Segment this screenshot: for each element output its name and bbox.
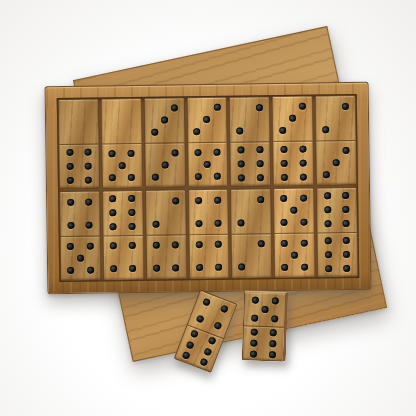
pip: [202, 298, 211, 307]
pip: [195, 173, 202, 180]
pip: [323, 171, 330, 178]
pip: [118, 162, 125, 169]
pip: [86, 242, 93, 249]
pip: [109, 174, 116, 181]
tile-half-2-pips: [230, 97, 269, 141]
pip: [214, 197, 221, 204]
pip: [290, 207, 297, 214]
pip: [299, 103, 306, 110]
pip: [214, 173, 221, 180]
pip: [301, 239, 308, 246]
tile-half-3-pips: [144, 98, 183, 142]
pip: [258, 196, 265, 203]
pip: [171, 104, 178, 111]
pip: [291, 251, 298, 258]
pip: [85, 162, 92, 169]
tile-half-5-pips: [188, 141, 227, 186]
pip: [87, 267, 94, 274]
pip: [279, 127, 286, 134]
pip: [66, 163, 73, 170]
pip: [172, 197, 179, 204]
pip: [299, 173, 306, 180]
tile-half-6-pips: [103, 191, 142, 235]
pip: [214, 219, 221, 226]
pip: [280, 146, 287, 153]
pip: [128, 209, 135, 216]
tile-half-5-pips: [244, 292, 285, 326]
pip: [110, 223, 117, 230]
pip: [161, 161, 168, 168]
pip: [85, 148, 92, 155]
pip: [172, 264, 179, 271]
pip: [111, 265, 118, 272]
tile-half-6-pips: [317, 188, 356, 232]
pip: [151, 174, 158, 181]
pip: [333, 159, 340, 166]
pip: [196, 264, 203, 271]
domino-tile-6-4: [102, 190, 144, 281]
domino-tile-2-6: [229, 96, 271, 187]
tile-half-5-pips: [274, 189, 313, 233]
pip: [238, 160, 245, 167]
tile-half-0-pips: [59, 100, 98, 144]
pip: [203, 347, 212, 356]
pip: [110, 210, 117, 217]
pip: [325, 265, 332, 272]
domino-tile-3-3: [143, 97, 185, 188]
pip: [85, 176, 92, 183]
pip: [66, 177, 73, 184]
pip: [129, 223, 136, 230]
pip: [324, 237, 331, 244]
pip: [343, 265, 350, 272]
pip: [109, 150, 116, 157]
tile-half-3-pips: [187, 98, 226, 142]
domino-tray: [45, 82, 372, 295]
tile-half-2-pips: [146, 190, 185, 234]
pip: [256, 174, 263, 181]
pip: [77, 254, 84, 261]
domino-tile-4-4: [188, 189, 230, 280]
domino-tile-6-6: [316, 187, 358, 278]
domino-tile-2-3: [315, 95, 357, 186]
tile-half-2-pips: [232, 233, 271, 278]
domino-tile-5-6: [242, 290, 288, 361]
pip: [299, 159, 306, 166]
pip: [238, 174, 245, 181]
pip: [251, 296, 258, 303]
tile-half-5-pips: [102, 142, 141, 187]
pip: [343, 220, 350, 227]
tile-half-6-pips: [318, 231, 357, 276]
tile-half-2-pips: [231, 189, 270, 233]
pip: [325, 251, 332, 258]
pip: [153, 242, 160, 249]
pip: [322, 126, 329, 133]
tile-half-3-pips: [316, 139, 355, 184]
pip: [250, 340, 257, 347]
pip: [261, 306, 268, 313]
pip: [152, 220, 159, 227]
tile-half-3-pips: [145, 142, 184, 187]
pip: [300, 219, 307, 226]
pip: [194, 149, 201, 156]
pip: [190, 330, 199, 339]
pip: [194, 129, 201, 136]
pip: [182, 351, 191, 360]
tile-half-5-pips: [275, 232, 314, 277]
domino-tile-5-5: [273, 188, 315, 279]
tile-half-6-pips: [231, 141, 270, 186]
pip: [324, 207, 331, 214]
pip: [269, 351, 276, 358]
pip: [256, 104, 263, 111]
pip: [66, 149, 73, 156]
pip: [301, 264, 308, 271]
pip: [213, 322, 222, 331]
tray-row-top: [58, 95, 357, 189]
pip: [281, 219, 288, 226]
tile-half-5-pips: [61, 235, 100, 280]
pip: [269, 340, 276, 347]
pip: [270, 330, 277, 337]
pip: [204, 161, 211, 168]
pip: [196, 315, 205, 324]
pip: [85, 199, 92, 206]
pip: [271, 297, 278, 304]
pip: [281, 174, 288, 181]
pip: [67, 199, 74, 206]
pip: [213, 104, 220, 111]
pip: [128, 150, 135, 157]
tile-half-6-pips: [243, 325, 284, 360]
pip: [171, 149, 178, 156]
pip: [342, 192, 349, 199]
pip: [67, 267, 74, 274]
pip: [128, 195, 135, 202]
pip: [271, 316, 278, 323]
tile-half-4-pips: [60, 192, 99, 236]
pip: [342, 103, 349, 110]
tile-half-4-pips: [103, 234, 142, 279]
domino-tile-3-5: [186, 97, 228, 188]
pip: [250, 329, 257, 336]
pip: [343, 147, 350, 154]
pip: [196, 242, 203, 249]
domino-tile-3-6: [272, 96, 314, 187]
pip: [67, 221, 74, 228]
pip: [236, 127, 243, 134]
pip: [196, 220, 203, 227]
pip: [199, 358, 208, 367]
pip: [215, 241, 222, 248]
tile-half-3-pips: [273, 97, 312, 141]
pip: [110, 243, 117, 250]
tray-well: [57, 94, 360, 282]
pip: [256, 146, 263, 153]
pip: [251, 315, 258, 322]
pip: [195, 197, 202, 204]
pip: [203, 116, 210, 123]
pip: [256, 160, 263, 167]
pip: [67, 242, 74, 249]
pip: [129, 242, 136, 249]
pip: [186, 341, 195, 350]
pip: [324, 220, 331, 227]
domino-tile-0-6: [58, 99, 100, 190]
domino-tile-4-5: [59, 191, 101, 282]
domino-set-photo: [0, 0, 416, 416]
pip: [300, 195, 307, 202]
pip: [86, 221, 93, 228]
pip: [128, 174, 135, 181]
tile-half-4-pips: [146, 234, 185, 279]
domino-tile-0-5: [101, 98, 143, 189]
pip: [161, 117, 168, 124]
pip: [219, 304, 228, 313]
loose-tile-right: [242, 290, 284, 358]
pip: [238, 264, 245, 271]
pip: [343, 237, 350, 244]
pip: [258, 241, 265, 248]
tile-half-0-pips: [102, 99, 141, 143]
pip: [172, 242, 179, 249]
pip: [237, 146, 244, 153]
tile-half-6-pips: [274, 140, 313, 185]
tile-half-4-pips: [189, 233, 228, 278]
tile-half-4-pips: [189, 190, 228, 234]
pip: [282, 264, 289, 271]
pip: [214, 148, 221, 155]
pip: [281, 195, 288, 202]
domino-tile-2-4: [145, 189, 187, 280]
tile-half-2-pips: [316, 96, 355, 140]
pip: [289, 115, 296, 122]
pip: [324, 193, 331, 200]
pip: [281, 239, 288, 246]
pip: [215, 264, 222, 271]
pip: [299, 145, 306, 152]
pip: [280, 160, 287, 167]
domino-tile-2-2: [230, 188, 272, 279]
pip: [207, 336, 216, 345]
pip: [151, 129, 158, 136]
pip: [110, 196, 117, 203]
pip: [129, 265, 136, 272]
tile-half-6-pips: [59, 143, 98, 188]
pip: [343, 206, 350, 213]
pip: [153, 265, 160, 272]
pip: [238, 219, 245, 226]
tray-row-bottom: [59, 187, 358, 281]
pip: [343, 251, 350, 258]
pip: [250, 350, 257, 357]
